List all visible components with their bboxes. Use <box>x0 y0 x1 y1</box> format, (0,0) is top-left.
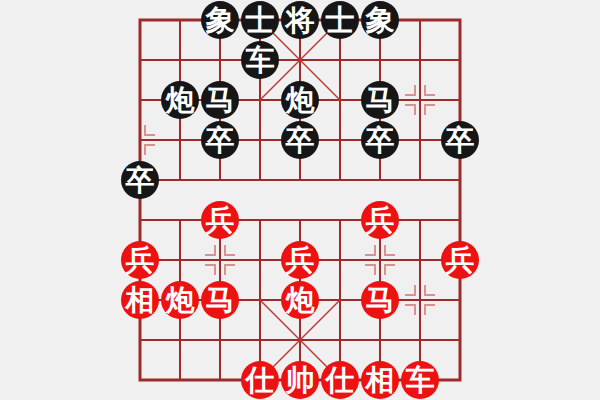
board-point <box>440 200 480 240</box>
board-point <box>200 360 240 400</box>
board-point <box>280 160 320 200</box>
board-point: 仕 <box>320 360 360 400</box>
board-point: 士 <box>240 0 280 40</box>
board-point <box>320 80 360 120</box>
board-point: 卒 <box>200 120 240 160</box>
board-point <box>360 320 400 360</box>
board-point <box>440 0 480 40</box>
board-point: 卒 <box>440 120 480 160</box>
board-point: 兵 <box>360 200 400 240</box>
board-point <box>320 40 360 80</box>
piece-red-advisor[interactable]: 仕 <box>321 361 359 399</box>
piece-black-cannon[interactable]: 炮 <box>281 81 319 119</box>
piece-red-soldier[interactable]: 兵 <box>361 201 399 239</box>
board-point <box>160 40 200 80</box>
board-point: 炮 <box>280 280 320 320</box>
board-point <box>440 320 480 360</box>
board-point <box>160 240 200 280</box>
board-point: 兵 <box>440 240 480 280</box>
board-point: 仕 <box>240 360 280 400</box>
board-point <box>240 120 280 160</box>
board-point <box>320 120 360 160</box>
board-point: 卒 <box>280 120 320 160</box>
board-point: 卒 <box>120 160 160 200</box>
piece-black-advisor[interactable]: 士 <box>241 1 279 39</box>
board-point <box>240 320 280 360</box>
board-point: 马 <box>360 280 400 320</box>
piece-black-soldier[interactable]: 卒 <box>121 161 159 199</box>
board-point <box>240 280 280 320</box>
board-point <box>400 200 440 240</box>
board-point <box>120 0 160 40</box>
board-point <box>200 320 240 360</box>
board-point: 炮 <box>160 280 200 320</box>
board-point: 象 <box>200 0 240 40</box>
piece-red-chariot[interactable]: 车 <box>401 361 439 399</box>
board-point: 炮 <box>160 80 200 120</box>
board-point <box>200 240 240 280</box>
board-point <box>400 160 440 200</box>
board-point <box>400 280 440 320</box>
board-point <box>400 0 440 40</box>
board-point <box>360 160 400 200</box>
board-point: 象 <box>360 0 400 40</box>
board-point <box>440 80 480 120</box>
board-point <box>120 320 160 360</box>
board-point: 兵 <box>200 200 240 240</box>
piece-red-soldier[interactable]: 兵 <box>121 241 159 279</box>
board-point <box>280 320 320 360</box>
board-point <box>360 40 400 80</box>
piece-black-elephant[interactable]: 象 <box>201 1 239 39</box>
board-point: 相 <box>120 280 160 320</box>
board-point <box>120 360 160 400</box>
xiangqi-diagram: 象士将士象车炮马炮马卒卒卒卒卒兵兵兵兵兵相炮马炮马仕帅仕相车 <box>0 0 600 400</box>
board-point <box>400 80 440 120</box>
piece-red-cannon[interactable]: 炮 <box>161 281 199 319</box>
piece-red-soldier[interactable]: 兵 <box>281 241 319 279</box>
board-point <box>160 160 200 200</box>
board-point <box>320 320 360 360</box>
piece-red-advisor[interactable]: 仕 <box>241 361 279 399</box>
board-point: 相 <box>360 360 400 400</box>
board-point <box>160 200 200 240</box>
piece-black-soldier[interactable]: 卒 <box>281 121 319 159</box>
piece-black-soldier[interactable]: 卒 <box>201 121 239 159</box>
board-point <box>240 240 280 280</box>
piece-black-elephant[interactable]: 象 <box>361 1 399 39</box>
board-point <box>440 360 480 400</box>
piece-red-elephant[interactable]: 相 <box>121 281 159 319</box>
board-point: 马 <box>200 80 240 120</box>
board-point <box>160 0 200 40</box>
board-point: 将 <box>280 0 320 40</box>
board-point: 卒 <box>360 120 400 160</box>
piece-red-horse[interactable]: 马 <box>201 281 239 319</box>
board-point: 车 <box>240 40 280 80</box>
board-point: 士 <box>320 0 360 40</box>
board-point <box>400 40 440 80</box>
board-point <box>360 240 400 280</box>
board-point: 马 <box>200 280 240 320</box>
board-point: 帅 <box>280 360 320 400</box>
piece-red-horse[interactable]: 马 <box>361 281 399 319</box>
board-point <box>160 320 200 360</box>
board-point <box>240 160 280 200</box>
board-point <box>320 160 360 200</box>
piece-black-soldier[interactable]: 卒 <box>441 121 479 159</box>
board-point <box>120 120 160 160</box>
board-point <box>160 120 200 160</box>
xiangqi-board: 象士将士象车炮马炮马卒卒卒卒卒兵兵兵兵兵相炮马炮马仕帅仕相车 <box>120 0 480 400</box>
board-point <box>200 160 240 200</box>
board-point <box>240 80 280 120</box>
board-point <box>440 160 480 200</box>
board-point <box>160 360 200 400</box>
board-point: 马 <box>360 80 400 120</box>
piece-red-cannon[interactable]: 炮 <box>281 281 319 319</box>
board-point <box>120 40 160 80</box>
board-point <box>400 120 440 160</box>
board-point <box>120 80 160 120</box>
board-point <box>280 200 320 240</box>
board-point <box>120 200 160 240</box>
board-point <box>240 200 280 240</box>
piece-black-horse[interactable]: 马 <box>361 81 399 119</box>
piece-black-horse[interactable]: 马 <box>201 81 239 119</box>
board-point <box>440 40 480 80</box>
piece-black-soldier[interactable]: 卒 <box>361 121 399 159</box>
board-point <box>320 280 360 320</box>
board-point: 炮 <box>280 80 320 120</box>
board-point: 兵 <box>280 240 320 280</box>
piece-black-advisor[interactable]: 士 <box>321 1 359 39</box>
piece-black-general[interactable]: 将 <box>281 1 319 39</box>
piece-red-general[interactable]: 帅 <box>281 361 319 399</box>
board-point <box>320 200 360 240</box>
piece-black-chariot[interactable]: 车 <box>241 41 279 79</box>
board-point <box>440 280 480 320</box>
board-point <box>200 40 240 80</box>
board-point: 兵 <box>120 240 160 280</box>
piece-red-elephant[interactable]: 相 <box>361 361 399 399</box>
board-point: 车 <box>400 360 440 400</box>
board-point <box>400 240 440 280</box>
piece-red-soldier[interactable]: 兵 <box>201 201 239 239</box>
piece-black-cannon[interactable]: 炮 <box>161 81 199 119</box>
piece-red-soldier[interactable]: 兵 <box>441 241 479 279</box>
board-point <box>400 320 440 360</box>
board-point <box>320 240 360 280</box>
board-point <box>280 40 320 80</box>
